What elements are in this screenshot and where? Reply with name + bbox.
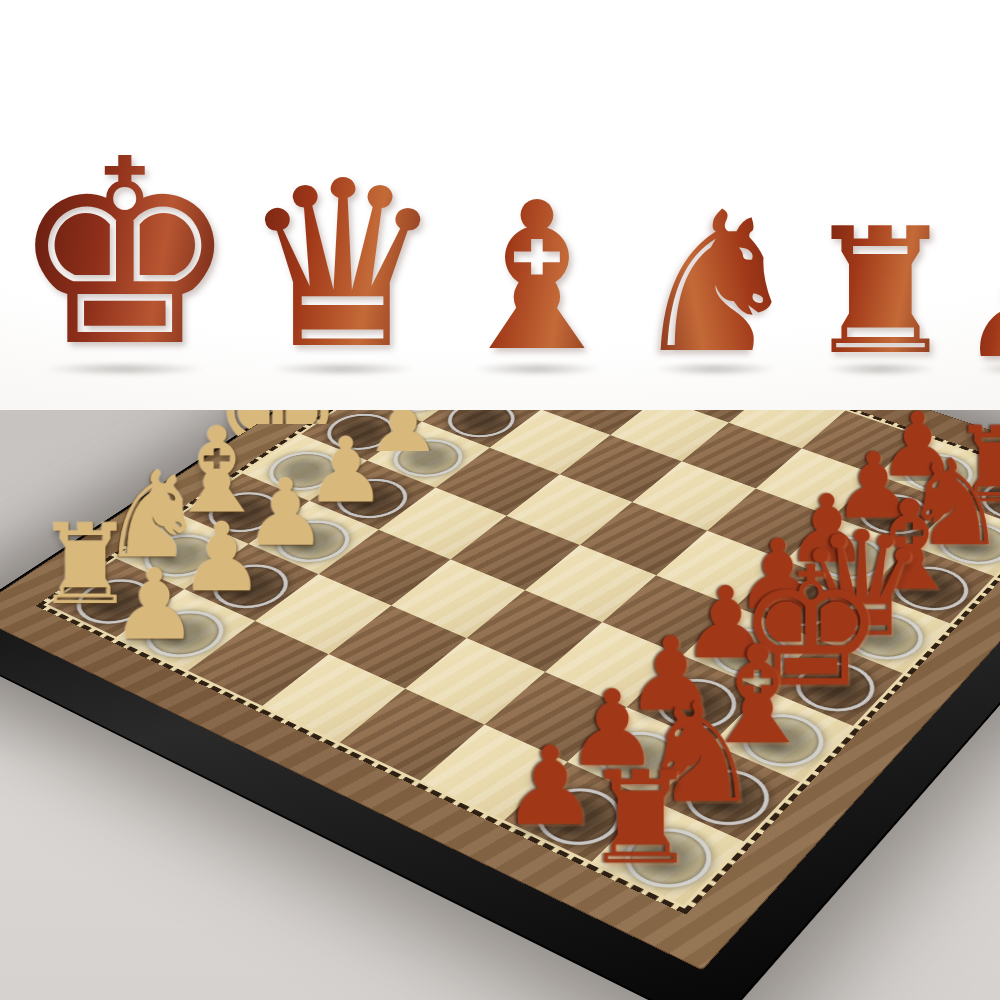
piece-white-rook-h1[interactable]: ♜: [583, 759, 698, 880]
piece-lineup-panel: ♚♛♝♞♜♟: [0, 0, 1000, 410]
king-icon: ♚: [10, 136, 240, 372]
piece-shadow: [42, 362, 207, 376]
pawn-icon: ♟: [959, 240, 1000, 372]
lineup-item-knight: ♞: [629, 194, 803, 410]
knight-icon: ♞: [629, 194, 803, 372]
board-scene: ♜♟♟♜♞♟♟♞♝♟♟♝♛♟♟♛♚♟♟♚♝♟♟♝♞♟♟♞♜♟♟♜: [0, 410, 1000, 1000]
lineup-item-king: ♚: [10, 136, 240, 410]
piece-shadow: [471, 362, 603, 376]
chess-board: ♜♟♟♜♞♟♟♞♝♟♟♝♛♟♟♛♚♟♟♚♝♟♟♝♞♟♟♞♜♟♟♜: [0, 410, 1000, 969]
lineup-item-pawn: ♟: [959, 240, 1000, 410]
lineup-item-rook: ♜: [803, 212, 959, 410]
queen-icon: ♛: [240, 160, 446, 372]
piece-lineup: ♚♛♝♞♜♟: [0, 0, 1000, 410]
piece-black-pawn-h7[interactable]: ♟: [111, 558, 199, 651]
piece-shadow: [653, 362, 778, 376]
lineup-item-bishop: ♝: [446, 184, 629, 410]
piece-shadow: [268, 362, 416, 376]
bishop-icon: ♝: [446, 184, 629, 372]
chess-set-product-photo: ♚♛♝♞♜♟ ♜♟♟♜♞♟♟♞♝♟♟♝♛♟♟♛♚♟♟♚♝♟♟♝♞♟♟♞♜♟♟♜: [0, 0, 1000, 1000]
board-photo-panel: ♜♟♟♜♞♟♟♞♝♟♟♝♛♟♟♛♚♟♟♚♝♟♟♝♞♟♟♞♜♟♟♜: [0, 410, 1000, 1000]
rook-icon: ♜: [803, 212, 959, 372]
lineup-item-queen: ♛: [240, 160, 446, 410]
piece-shadow: [824, 362, 936, 376]
